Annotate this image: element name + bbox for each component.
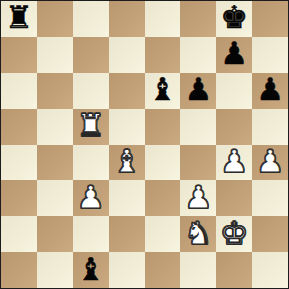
square-d7[interactable] — [109, 37, 145, 73]
square-h2[interactable] — [252, 216, 288, 252]
square-c6[interactable] — [73, 73, 109, 109]
square-d3[interactable] — [109, 180, 145, 216]
black-bishop[interactable]: ♝ — [77, 254, 105, 285]
square-c7[interactable] — [73, 37, 109, 73]
square-a3[interactable] — [1, 180, 37, 216]
square-e3[interactable] — [145, 180, 181, 216]
square-f2[interactable]: ♞ — [180, 216, 216, 252]
square-h6[interactable]: ♟ — [252, 73, 288, 109]
square-a6[interactable] — [1, 73, 37, 109]
square-b8[interactable] — [37, 1, 73, 37]
square-d8[interactable] — [109, 1, 145, 37]
black-pawn[interactable]: ♟ — [256, 74, 284, 105]
white-pawn[interactable]: ♟ — [184, 182, 212, 213]
square-b3[interactable] — [37, 180, 73, 216]
square-f8[interactable] — [180, 1, 216, 37]
white-pawn[interactable]: ♟ — [220, 146, 248, 177]
square-a8[interactable]: ♜ — [1, 1, 37, 37]
square-a1[interactable] — [1, 252, 37, 288]
white-knight[interactable]: ♞ — [184, 218, 212, 249]
square-f1[interactable] — [180, 252, 216, 288]
square-c8[interactable] — [73, 1, 109, 37]
square-h7[interactable] — [252, 37, 288, 73]
square-h1[interactable] — [252, 252, 288, 288]
square-g4[interactable]: ♟ — [216, 145, 252, 181]
square-g5[interactable] — [216, 109, 252, 145]
square-b5[interactable] — [37, 109, 73, 145]
square-g2[interactable]: ♚ — [216, 216, 252, 252]
black-bishop[interactable]: ♝ — [149, 74, 177, 105]
square-f4[interactable] — [180, 145, 216, 181]
square-e4[interactable] — [145, 145, 181, 181]
square-c1[interactable]: ♝ — [73, 252, 109, 288]
square-e8[interactable] — [145, 1, 181, 37]
black-pawn[interactable]: ♟ — [184, 74, 212, 105]
white-pawn[interactable]: ♟ — [256, 146, 284, 177]
white-pawn[interactable]: ♟ — [77, 182, 105, 213]
white-rook[interactable]: ♜ — [77, 110, 105, 141]
square-e2[interactable] — [145, 216, 181, 252]
square-f5[interactable] — [180, 109, 216, 145]
square-f3[interactable]: ♟ — [180, 180, 216, 216]
square-e6[interactable]: ♝ — [145, 73, 181, 109]
white-king[interactable]: ♚ — [220, 218, 248, 249]
black-king[interactable]: ♚ — [220, 2, 248, 33]
square-c4[interactable] — [73, 145, 109, 181]
square-h5[interactable] — [252, 109, 288, 145]
square-c3[interactable]: ♟ — [73, 180, 109, 216]
square-b1[interactable] — [37, 252, 73, 288]
square-e1[interactable] — [145, 252, 181, 288]
square-f7[interactable] — [180, 37, 216, 73]
square-g3[interactable] — [216, 180, 252, 216]
square-b4[interactable] — [37, 145, 73, 181]
square-a4[interactable] — [1, 145, 37, 181]
square-d4[interactable]: ♝ — [109, 145, 145, 181]
square-g6[interactable] — [216, 73, 252, 109]
white-bishop[interactable]: ♝ — [113, 146, 141, 177]
square-f6[interactable]: ♟ — [180, 73, 216, 109]
square-g1[interactable] — [216, 252, 252, 288]
square-a5[interactable] — [1, 109, 37, 145]
square-c2[interactable] — [73, 216, 109, 252]
square-d2[interactable] — [109, 216, 145, 252]
square-h8[interactable] — [252, 1, 288, 37]
square-h3[interactable] — [252, 180, 288, 216]
square-h4[interactable]: ♟ — [252, 145, 288, 181]
square-a2[interactable] — [1, 216, 37, 252]
square-g7[interactable]: ♟ — [216, 37, 252, 73]
square-a7[interactable] — [1, 37, 37, 73]
square-d5[interactable] — [109, 109, 145, 145]
square-b6[interactable] — [37, 73, 73, 109]
square-c5[interactable]: ♜ — [73, 109, 109, 145]
square-e7[interactable] — [145, 37, 181, 73]
black-pawn[interactable]: ♟ — [220, 38, 248, 69]
square-e5[interactable] — [145, 109, 181, 145]
square-d6[interactable] — [109, 73, 145, 109]
square-g8[interactable]: ♚ — [216, 1, 252, 37]
chess-board-window: ♜♚♟♝♟♟♜♝♟♟♟♟♞♚♝ — [0, 0, 289, 289]
square-b2[interactable] — [37, 216, 73, 252]
chess-board: ♜♚♟♝♟♟♜♝♟♟♟♟♞♚♝ — [0, 0, 289, 289]
square-d1[interactable] — [109, 252, 145, 288]
black-rook[interactable]: ♜ — [5, 2, 33, 33]
square-b7[interactable] — [37, 37, 73, 73]
